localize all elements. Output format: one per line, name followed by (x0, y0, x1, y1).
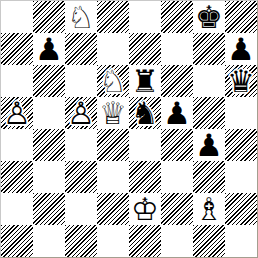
piece-black-pawn: ♟ (161, 97, 193, 129)
black-pawn-halo: ♟ (33, 33, 65, 65)
black-knight-halo: ♞ (129, 97, 161, 129)
black-pawn-halo: ♟ (193, 129, 225, 161)
piece-white-knight: ♘ (97, 65, 129, 97)
square-h6[interactable]: ♛♛ (225, 65, 257, 97)
piece-black-rook: ♜ (129, 65, 161, 97)
white-queen-halo: ♛ (97, 97, 129, 129)
square-f6[interactable] (161, 65, 193, 97)
square-b6[interactable] (33, 65, 65, 97)
square-a5[interactable]: ♟♙ (1, 97, 33, 129)
square-e2[interactable]: ♚♔ (129, 193, 161, 225)
square-b4[interactable] (33, 129, 65, 161)
black-queen-halo: ♛ (225, 65, 257, 97)
square-e1[interactable] (129, 225, 161, 257)
piece-white-bishop: ♗ (193, 193, 225, 225)
white-knight-halo: ♞ (97, 65, 129, 97)
white-pawn-halo: ♟ (1, 97, 33, 129)
square-c6[interactable] (65, 65, 97, 97)
square-e6[interactable]: ♜♜ (129, 65, 161, 97)
square-d5[interactable]: ♛♕ (97, 97, 129, 129)
black-pawn-halo: ♟ (225, 33, 257, 65)
square-h1[interactable] (225, 225, 257, 257)
square-g6[interactable] (193, 65, 225, 97)
piece-white-pawn: ♙ (65, 97, 97, 129)
black-pawn-halo: ♟ (161, 97, 193, 129)
square-f7[interactable] (161, 33, 193, 65)
piece-black-pawn: ♟ (193, 129, 225, 161)
square-d7[interactable] (97, 33, 129, 65)
piece-black-king: ♚ (193, 1, 225, 33)
square-d6[interactable]: ♞♘ (97, 65, 129, 97)
square-a4[interactable] (1, 129, 33, 161)
square-a7[interactable] (1, 33, 33, 65)
square-g3[interactable] (193, 161, 225, 193)
square-c3[interactable] (65, 161, 97, 193)
board-frame: ♞♘♚♚♟♟♟♟♞♘♜♜♛♛♟♙♟♙♛♕♞♞♟♟♟♟♚♔♝♗ (0, 0, 258, 258)
square-a3[interactable] (1, 161, 33, 193)
square-a1[interactable] (1, 225, 33, 257)
white-king-halo: ♚ (129, 193, 161, 225)
piece-black-knight: ♞ (129, 97, 161, 129)
piece-white-knight: ♘ (65, 1, 97, 33)
square-e8[interactable] (129, 1, 161, 33)
piece-black-queen: ♛ (225, 65, 257, 97)
piece-white-queen: ♕ (97, 97, 129, 129)
square-g8[interactable]: ♚♚ (193, 1, 225, 33)
white-knight-halo: ♞ (65, 1, 97, 33)
square-h4[interactable] (225, 129, 257, 161)
square-f2[interactable] (161, 193, 193, 225)
square-d3[interactable] (97, 161, 129, 193)
square-d8[interactable] (97, 1, 129, 33)
square-g2[interactable]: ♝♗ (193, 193, 225, 225)
piece-black-pawn: ♟ (33, 33, 65, 65)
square-h2[interactable] (225, 193, 257, 225)
square-e7[interactable] (129, 33, 161, 65)
square-c4[interactable] (65, 129, 97, 161)
square-a6[interactable] (1, 65, 33, 97)
square-b1[interactable] (33, 225, 65, 257)
square-d2[interactable] (97, 193, 129, 225)
square-b8[interactable] (33, 1, 65, 33)
square-g5[interactable] (193, 97, 225, 129)
square-e5[interactable]: ♞♞ (129, 97, 161, 129)
white-pawn-halo: ♟ (65, 97, 97, 129)
square-f5[interactable]: ♟♟ (161, 97, 193, 129)
square-d4[interactable] (97, 129, 129, 161)
square-b3[interactable] (33, 161, 65, 193)
square-f8[interactable] (161, 1, 193, 33)
square-b7[interactable]: ♟♟ (33, 33, 65, 65)
square-c1[interactable] (65, 225, 97, 257)
square-g4[interactable]: ♟♟ (193, 129, 225, 161)
piece-black-pawn: ♟ (225, 33, 257, 65)
square-b2[interactable] (33, 193, 65, 225)
square-f3[interactable] (161, 161, 193, 193)
black-rook-halo: ♜ (129, 65, 161, 97)
square-g1[interactable] (193, 225, 225, 257)
piece-white-king: ♔ (129, 193, 161, 225)
white-bishop-halo: ♝ (193, 193, 225, 225)
square-b5[interactable] (33, 97, 65, 129)
square-c8[interactable]: ♞♘ (65, 1, 97, 33)
square-h3[interactable] (225, 161, 257, 193)
square-a8[interactable] (1, 1, 33, 33)
square-f4[interactable] (161, 129, 193, 161)
square-d1[interactable] (97, 225, 129, 257)
square-h8[interactable] (225, 1, 257, 33)
square-g7[interactable] (193, 33, 225, 65)
chess-board: ♞♘♚♚♟♟♟♟♞♘♜♜♛♛♟♙♟♙♛♕♞♞♟♟♟♟♚♔♝♗ (1, 1, 257, 257)
square-c7[interactable] (65, 33, 97, 65)
black-king-halo: ♚ (193, 1, 225, 33)
square-e3[interactable] (129, 161, 161, 193)
square-c2[interactable] (65, 193, 97, 225)
square-e4[interactable] (129, 129, 161, 161)
square-h7[interactable]: ♟♟ (225, 33, 257, 65)
square-c5[interactable]: ♟♙ (65, 97, 97, 129)
square-a2[interactable] (1, 193, 33, 225)
piece-white-pawn: ♙ (1, 97, 33, 129)
square-f1[interactable] (161, 225, 193, 257)
square-h5[interactable] (225, 97, 257, 129)
